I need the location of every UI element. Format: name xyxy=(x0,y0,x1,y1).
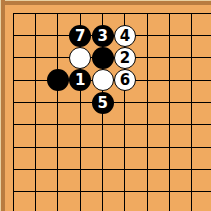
intersection-r1c9[interactable] xyxy=(181,2,203,24)
white-stone[interactable] xyxy=(92,69,114,91)
intersection-r1c1[interactable] xyxy=(2,2,24,24)
intersection-r7c6[interactable] xyxy=(114,136,136,158)
intersection-r5c6[interactable] xyxy=(114,91,136,113)
intersection-r2c2[interactable] xyxy=(24,24,46,46)
intersection-r4c1[interactable] xyxy=(2,69,24,91)
intersection-r1c4[interactable] xyxy=(69,2,91,24)
intersection-r3c4[interactable] xyxy=(69,47,91,69)
intersection-r3c8[interactable] xyxy=(158,47,180,69)
intersection-r6c3[interactable] xyxy=(47,114,69,136)
intersection-r2c4[interactable]: 7 xyxy=(69,24,91,46)
intersection-r9c6[interactable] xyxy=(114,181,136,203)
intersection-r7c3[interactable] xyxy=(47,136,69,158)
intersection-r9c2[interactable] xyxy=(24,181,46,203)
intersection-r2c9[interactable] xyxy=(181,24,203,46)
intersection-r5c8[interactable] xyxy=(158,91,180,113)
intersection-r5c4[interactable] xyxy=(69,91,91,113)
intersection-r2c7[interactable] xyxy=(136,24,158,46)
black-stone-move-5[interactable]: 5 xyxy=(92,92,114,114)
intersection-r6c7[interactable] xyxy=(136,114,158,136)
goban-grid: 7342165 xyxy=(2,2,203,203)
intersection-r9c5[interactable] xyxy=(91,181,113,203)
intersection-r2c5[interactable]: 3 xyxy=(91,24,113,46)
intersection-r9c4[interactable] xyxy=(69,181,91,203)
intersection-r4c9[interactable] xyxy=(181,69,203,91)
intersection-r4c3[interactable] xyxy=(47,69,69,91)
intersection-r8c1[interactable] xyxy=(2,158,24,180)
intersection-r4c7[interactable] xyxy=(136,69,158,91)
intersection-r7c2[interactable] xyxy=(24,136,46,158)
intersection-r9c1[interactable] xyxy=(2,181,24,203)
intersection-r8c5[interactable] xyxy=(91,158,113,180)
intersection-r6c2[interactable] xyxy=(24,114,46,136)
black-stone[interactable] xyxy=(47,69,69,91)
intersection-r5c7[interactable] xyxy=(136,91,158,113)
intersection-r4c8[interactable] xyxy=(158,69,180,91)
intersection-r7c8[interactable] xyxy=(158,136,180,158)
intersection-r6c8[interactable] xyxy=(158,114,180,136)
intersection-r1c2[interactable] xyxy=(24,2,46,24)
intersection-r6c9[interactable] xyxy=(181,114,203,136)
black-stone[interactable] xyxy=(92,47,114,69)
black-stone-move-3[interactable]: 3 xyxy=(92,25,114,47)
intersection-r9c7[interactable] xyxy=(136,181,158,203)
intersection-r3c3[interactable] xyxy=(47,47,69,69)
intersection-r5c3[interactable] xyxy=(47,91,69,113)
intersection-r3c6[interactable]: 2 xyxy=(114,47,136,69)
intersection-r2c1[interactable] xyxy=(2,24,24,46)
intersection-r7c4[interactable] xyxy=(69,136,91,158)
intersection-r3c5[interactable] xyxy=(91,47,113,69)
intersection-r3c1[interactable] xyxy=(2,47,24,69)
white-stone-move-4[interactable]: 4 xyxy=(114,25,136,47)
intersection-r5c2[interactable] xyxy=(24,91,46,113)
intersection-r3c7[interactable] xyxy=(136,47,158,69)
intersection-r3c2[interactable] xyxy=(24,47,46,69)
intersection-r8c4[interactable] xyxy=(69,158,91,180)
intersection-r1c5[interactable] xyxy=(91,2,113,24)
intersection-r8c9[interactable] xyxy=(181,158,203,180)
intersection-r4c4[interactable]: 1 xyxy=(69,69,91,91)
go-board-diagram: 7342165 xyxy=(0,0,211,211)
intersection-r8c3[interactable] xyxy=(47,158,69,180)
intersection-r9c9[interactable] xyxy=(181,181,203,203)
intersection-r9c3[interactable] xyxy=(47,181,69,203)
intersection-r3c9[interactable] xyxy=(181,47,203,69)
intersection-r5c9[interactable] xyxy=(181,91,203,113)
intersection-r2c3[interactable] xyxy=(47,24,69,46)
intersection-r8c7[interactable] xyxy=(136,158,158,180)
intersection-r7c1[interactable] xyxy=(2,136,24,158)
intersection-r5c1[interactable] xyxy=(2,91,24,113)
intersection-r8c8[interactable] xyxy=(158,158,180,180)
intersection-r4c5[interactable] xyxy=(91,69,113,91)
intersection-r6c4[interactable] xyxy=(69,114,91,136)
intersection-r9c8[interactable] xyxy=(158,181,180,203)
intersection-r2c6[interactable]: 4 xyxy=(114,24,136,46)
intersection-r2c8[interactable] xyxy=(158,24,180,46)
black-stone-move-7[interactable]: 7 xyxy=(69,25,91,47)
intersection-r6c1[interactable] xyxy=(2,114,24,136)
intersection-r6c5[interactable] xyxy=(91,114,113,136)
intersection-r7c5[interactable] xyxy=(91,136,113,158)
intersection-r8c6[interactable] xyxy=(114,158,136,180)
white-stone[interactable] xyxy=(69,47,91,69)
intersection-r1c3[interactable] xyxy=(47,2,69,24)
intersection-r5c5[interactable]: 5 xyxy=(91,91,113,113)
intersection-r4c2[interactable] xyxy=(24,69,46,91)
intersection-r7c7[interactable] xyxy=(136,136,158,158)
intersection-r7c9[interactable] xyxy=(181,136,203,158)
black-stone-move-1[interactable]: 1 xyxy=(69,69,91,91)
intersection-r6c6[interactable] xyxy=(114,114,136,136)
intersection-r1c8[interactable] xyxy=(158,2,180,24)
intersection-r1c6[interactable] xyxy=(114,2,136,24)
intersection-r8c2[interactable] xyxy=(24,158,46,180)
white-stone-move-6[interactable]: 6 xyxy=(114,69,136,91)
intersection-r1c7[interactable] xyxy=(136,2,158,24)
white-stone-move-2[interactable]: 2 xyxy=(114,47,136,69)
intersection-r4c6[interactable]: 6 xyxy=(114,69,136,91)
